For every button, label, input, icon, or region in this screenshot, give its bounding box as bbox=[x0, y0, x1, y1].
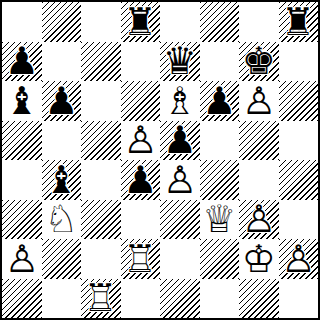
piece-white-pawn[interactable]: ♙ bbox=[2, 239, 42, 279]
square-a7[interactable]: ♙♟ bbox=[2, 42, 42, 82]
square-c7[interactable] bbox=[81, 42, 121, 82]
square-e5[interactable]: ♙♟ bbox=[160, 121, 200, 161]
square-a5[interactable] bbox=[2, 121, 42, 161]
square-e3[interactable] bbox=[160, 200, 200, 240]
square-b4[interactable]: ♗♝ bbox=[42, 160, 82, 200]
square-g8[interactable] bbox=[239, 2, 279, 42]
square-a4[interactable] bbox=[2, 160, 42, 200]
piece-white-pawn[interactable]: ♙ bbox=[239, 81, 279, 121]
square-c6[interactable] bbox=[81, 81, 121, 121]
square-d2[interactable]: ♜♖ bbox=[121, 239, 161, 279]
piece-black-pawn[interactable]: ♟ bbox=[160, 121, 200, 161]
piece-white-knight[interactable]: ♘ bbox=[42, 200, 82, 240]
square-a1[interactable] bbox=[2, 279, 42, 319]
square-b5[interactable] bbox=[42, 121, 82, 161]
piece-black-pawn[interactable]: ♟ bbox=[42, 81, 82, 121]
square-d3[interactable] bbox=[121, 200, 161, 240]
square-h8[interactable]: ♖♜ bbox=[279, 2, 319, 42]
square-c1[interactable]: ♜♖ bbox=[81, 279, 121, 319]
piece-white-bishop[interactable]: ♗ bbox=[160, 81, 200, 121]
square-b8[interactable] bbox=[42, 2, 82, 42]
square-d7[interactable] bbox=[121, 42, 161, 82]
square-g3[interactable]: ♟♙ bbox=[239, 200, 279, 240]
square-g6[interactable]: ♟♙ bbox=[239, 81, 279, 121]
square-f8[interactable] bbox=[200, 2, 240, 42]
square-e4[interactable]: ♟♙ bbox=[160, 160, 200, 200]
square-d8[interactable]: ♖♜ bbox=[121, 2, 161, 42]
square-h6[interactable] bbox=[279, 81, 319, 121]
square-d1[interactable] bbox=[121, 279, 161, 319]
piece-black-pawn[interactable]: ♟ bbox=[2, 42, 42, 82]
piece-black-pawn[interactable]: ♟ bbox=[200, 81, 240, 121]
square-b2[interactable] bbox=[42, 239, 82, 279]
square-h7[interactable] bbox=[279, 42, 319, 82]
square-b3[interactable]: ♞♘ bbox=[42, 200, 82, 240]
square-h2[interactable]: ♟♙ bbox=[279, 239, 319, 279]
square-e2[interactable] bbox=[160, 239, 200, 279]
square-c4[interactable] bbox=[81, 160, 121, 200]
piece-black-queen[interactable]: ♛ bbox=[160, 42, 200, 82]
square-g4[interactable] bbox=[239, 160, 279, 200]
square-h3[interactable] bbox=[279, 200, 319, 240]
square-e1[interactable] bbox=[160, 279, 200, 319]
piece-black-bishop[interactable]: ♝ bbox=[2, 81, 42, 121]
square-c2[interactable] bbox=[81, 239, 121, 279]
square-f2[interactable] bbox=[200, 239, 240, 279]
square-d6[interactable] bbox=[121, 81, 161, 121]
square-a6[interactable]: ♗♝ bbox=[2, 81, 42, 121]
piece-white-pawn[interactable]: ♙ bbox=[279, 239, 319, 279]
square-a2[interactable]: ♟♙ bbox=[2, 239, 42, 279]
square-e8[interactable] bbox=[160, 2, 200, 42]
square-h4[interactable] bbox=[279, 160, 319, 200]
piece-black-rook[interactable]: ♜ bbox=[121, 2, 161, 42]
piece-white-pawn[interactable]: ♙ bbox=[160, 160, 200, 200]
square-f5[interactable] bbox=[200, 121, 240, 161]
square-e6[interactable]: ♝♗ bbox=[160, 81, 200, 121]
square-g2[interactable]: ♚♔ bbox=[239, 239, 279, 279]
square-g5[interactable] bbox=[239, 121, 279, 161]
piece-white-king[interactable]: ♔ bbox=[239, 239, 279, 279]
piece-white-rook[interactable]: ♖ bbox=[81, 279, 121, 319]
chess-board: ♖♜♖♜♙♟♕♛♔♚♗♝♙♟♝♗♙♟♟♙♟♙♙♟♗♝♙♟♟♙♞♘♛♕♟♙♟♙♜♖… bbox=[0, 0, 320, 320]
piece-black-bishop[interactable]: ♝ bbox=[42, 160, 82, 200]
square-f4[interactable] bbox=[200, 160, 240, 200]
square-f1[interactable] bbox=[200, 279, 240, 319]
square-b6[interactable]: ♙♟ bbox=[42, 81, 82, 121]
square-f3[interactable]: ♛♕ bbox=[200, 200, 240, 240]
piece-white-pawn[interactable]: ♙ bbox=[239, 200, 279, 240]
square-a3[interactable] bbox=[2, 200, 42, 240]
square-e7[interactable]: ♕♛ bbox=[160, 42, 200, 82]
square-c8[interactable] bbox=[81, 2, 121, 42]
square-g1[interactable] bbox=[239, 279, 279, 319]
square-b1[interactable] bbox=[42, 279, 82, 319]
square-d4[interactable]: ♙♟ bbox=[121, 160, 161, 200]
square-f7[interactable] bbox=[200, 42, 240, 82]
square-g7[interactable]: ♔♚ bbox=[239, 42, 279, 82]
square-d5[interactable]: ♟♙ bbox=[121, 121, 161, 161]
piece-white-rook[interactable]: ♖ bbox=[121, 239, 161, 279]
square-b7[interactable] bbox=[42, 42, 82, 82]
piece-white-queen[interactable]: ♕ bbox=[200, 200, 240, 240]
piece-white-pawn[interactable]: ♙ bbox=[121, 121, 161, 161]
square-a8[interactable] bbox=[2, 2, 42, 42]
square-h5[interactable] bbox=[279, 121, 319, 161]
square-c5[interactable] bbox=[81, 121, 121, 161]
piece-black-pawn[interactable]: ♟ bbox=[121, 160, 161, 200]
square-f6[interactable]: ♙♟ bbox=[200, 81, 240, 121]
square-h1[interactable] bbox=[279, 279, 319, 319]
piece-black-king[interactable]: ♚ bbox=[239, 42, 279, 82]
piece-black-rook[interactable]: ♜ bbox=[279, 2, 319, 42]
square-c3[interactable] bbox=[81, 200, 121, 240]
